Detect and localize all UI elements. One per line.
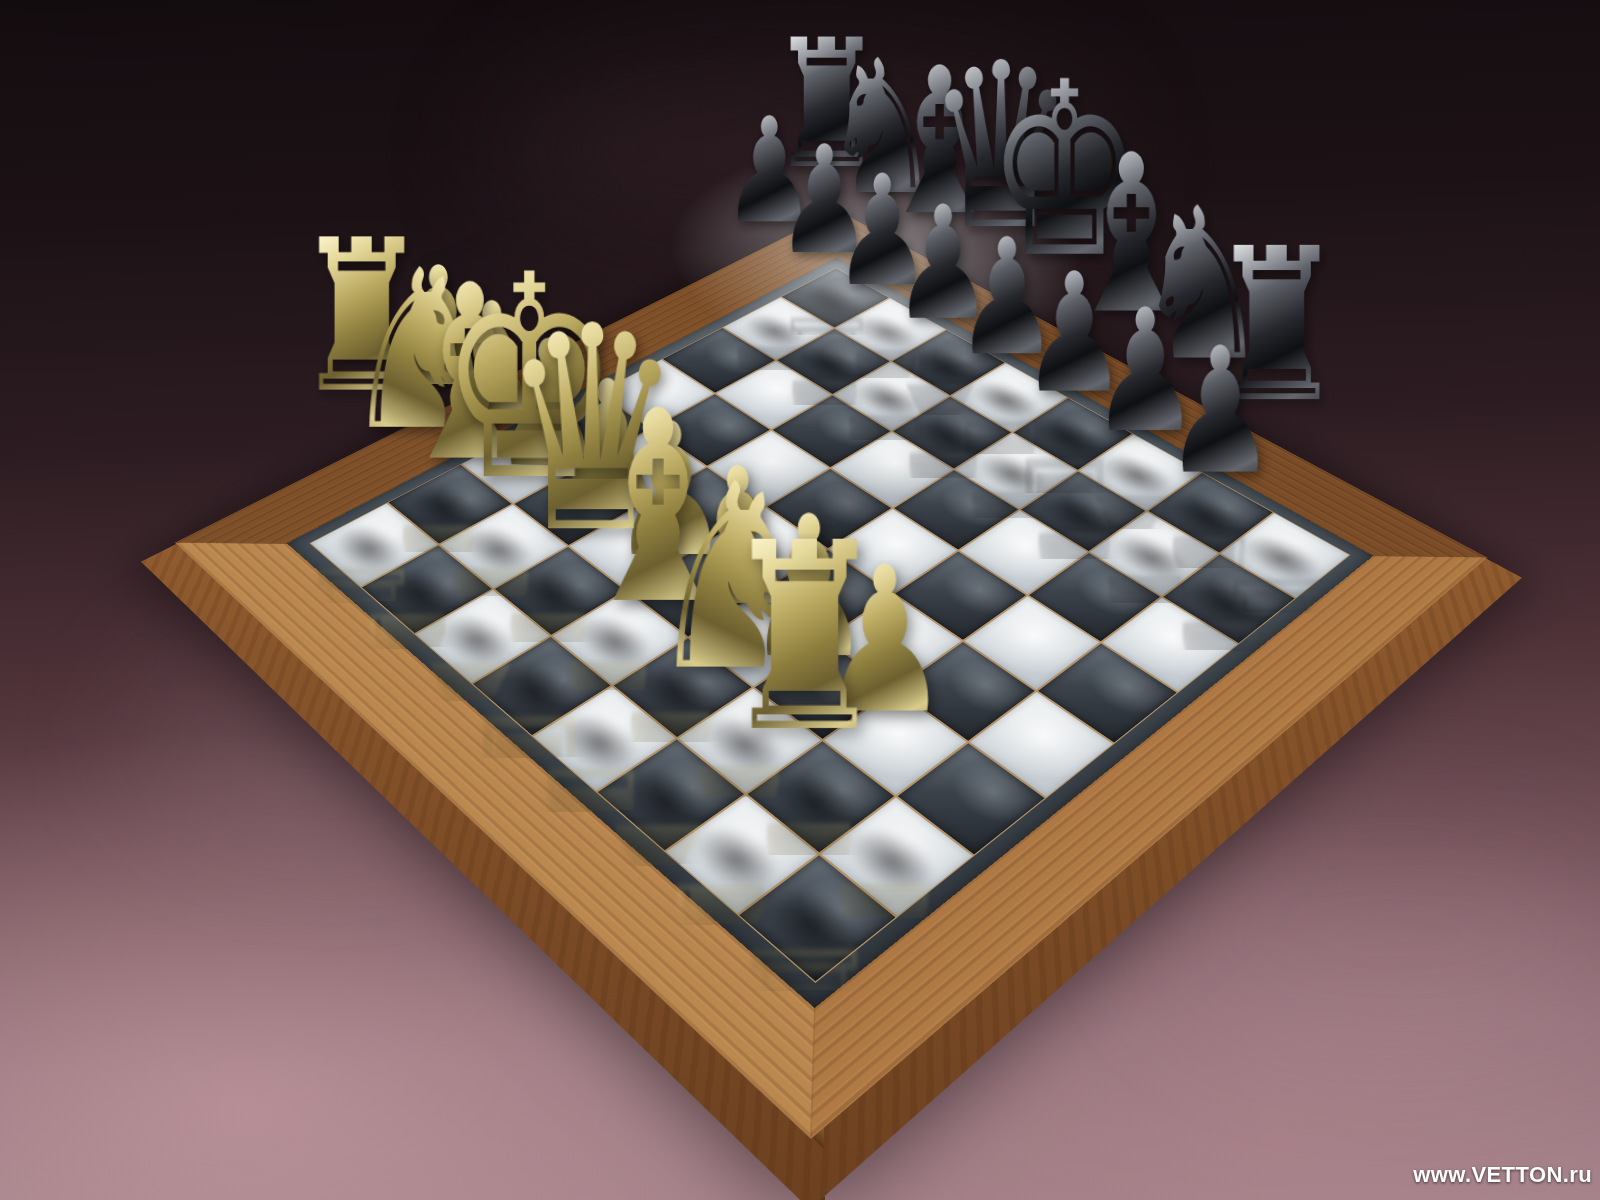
board-scene: ♜♜♞♞♝♝♛♛♚♚♝♝♞♞♜♜♟♟♟♟♟♟♟♟♟♟♟♟♟♟♟♟♟♟♟♟♟♟♟♟… <box>0 0 1600 1200</box>
wallpaper-scene: ♜♜♞♞♝♝♛♛♚♚♝♝♞♞♜♜♟♟♟♟♟♟♟♟♟♟♟♟♟♟♟♟♟♟♟♟♟♟♟♟… <box>0 0 1600 1200</box>
watermark: www.VETTON.ru <box>1413 1162 1592 1188</box>
